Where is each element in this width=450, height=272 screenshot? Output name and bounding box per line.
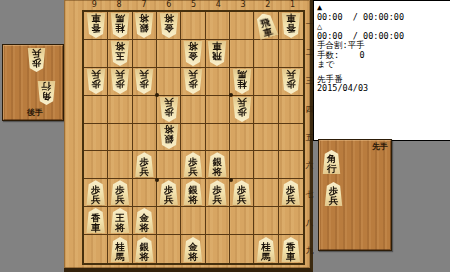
piece-kanji: 将 — [115, 223, 125, 233]
piece-kanji: 桂 — [237, 79, 247, 89]
piece-kanji: 車 — [213, 41, 223, 51]
shogi-piece-銀将-gote[interactable]: 銀将 — [134, 13, 154, 38]
board-cell-1八[interactable] — [279, 207, 303, 235]
piece-kanji: 角 — [42, 91, 52, 101]
file-label: 6 — [156, 0, 181, 10]
board-cell-3一[interactable] — [230, 12, 254, 40]
board-cell-9二[interactable] — [84, 40, 108, 68]
file-label: 3 — [231, 0, 256, 10]
file-label: 1 — [280, 0, 305, 10]
piece-kanji: 馬 — [115, 252, 125, 262]
shogi-piece-金将-sente[interactable]: 金将 — [134, 208, 154, 233]
piece-kanji: 兵 — [32, 48, 42, 58]
piece-kanji: 金 — [164, 23, 174, 33]
shogi-piece-銀将-gote[interactable]: 銀将 — [159, 124, 179, 149]
shogi-piece-角行-gote[interactable]: 角行 — [37, 81, 56, 105]
piece-kanji: 兵 — [329, 196, 339, 206]
board-cell-8二[interactable]: 玉将 — [108, 40, 132, 68]
board-cell-2一[interactable]: 飛車 — [254, 12, 278, 40]
piece-kanji: 兵 — [286, 69, 296, 79]
board-cell-8七[interactable]: 歩兵 — [108, 179, 132, 207]
shogi-piece-歩兵-sente[interactable]: 歩兵 — [110, 180, 130, 205]
board-cell-4三[interactable] — [206, 68, 230, 96]
piece-kanji: 歩 — [237, 107, 247, 117]
shogi-piece-金将-sente[interactable]: 金将 — [183, 237, 203, 262]
board-cell-3七[interactable]: 歩兵 — [230, 179, 254, 207]
board-cell-5九[interactable]: 金将 — [181, 235, 205, 263]
shogi-piece-桂馬-gote[interactable]: 桂馬 — [110, 13, 130, 38]
file-label: 8 — [107, 0, 132, 10]
shogi-piece-銀将-sente[interactable]: 銀将 — [207, 152, 227, 177]
board-cell-8九[interactable]: 桂馬 — [108, 235, 132, 263]
board-cell-1三[interactable]: 歩兵 — [279, 68, 303, 96]
gote-label: 後手 — [27, 107, 43, 118]
piece-kanji: 馬 — [237, 69, 247, 79]
shogi-piece-歩兵-gote[interactable]: 歩兵 — [134, 69, 154, 94]
shogi-piece-金将-gote[interactable]: 金将 — [183, 41, 203, 66]
board-cell-9一[interactable]: 香車 — [84, 12, 108, 40]
info-line-9: 2015/04/03 — [317, 84, 450, 94]
piece-kanji: 将 — [140, 223, 150, 233]
shogi-board: 987654321 一二三四五六七八九 香車桂馬銀将金将飛車香車玉将金将飛車歩兵… — [64, 0, 313, 272]
shogi-piece-香車-gote[interactable]: 香車 — [86, 13, 106, 38]
board-cell-4九[interactable] — [206, 235, 230, 263]
shogi-piece-歩兵-sente[interactable]: 歩兵 — [159, 180, 179, 205]
piece-kanji: 銀 — [140, 23, 150, 33]
piece-kanji: 兵 — [213, 195, 223, 205]
board-cell-9八[interactable]: 香車 — [84, 207, 108, 235]
board-cell-9九[interactable] — [84, 235, 108, 263]
board-cell-5一[interactable] — [181, 12, 205, 40]
piece-kanji: 兵 — [140, 69, 150, 79]
board-cell-3三[interactable]: 桂馬 — [230, 68, 254, 96]
info-line-1: 00:00 / 00:00:00 — [317, 13, 450, 23]
shogi-piece-桂馬-gote[interactable]: 桂馬 — [232, 69, 252, 94]
piece-kanji: 兵 — [91, 69, 101, 79]
shogi-piece-飛車-sente[interactable]: 飛車 — [253, 11, 279, 41]
board-cell-7九[interactable]: 銀将 — [133, 235, 157, 263]
file-coordinates: 987654321 — [82, 0, 305, 10]
piece-kanji: 将 — [115, 41, 125, 51]
board-cell-9三[interactable]: 歩兵 — [84, 68, 108, 96]
shogi-app-window: 後手 歩兵角行 987654321 一二三四五六七八九 香車桂馬銀将金将飛車香車… — [0, 0, 450, 272]
piece-kanji: 将 — [164, 124, 174, 134]
piece-kanji: 将 — [188, 252, 198, 262]
star-point — [155, 178, 159, 182]
shogi-piece-歩兵-gote[interactable]: 歩兵 — [281, 69, 301, 94]
board-cell-4六[interactable]: 銀将 — [206, 151, 230, 179]
board-cell-7一[interactable]: 銀将 — [133, 12, 157, 40]
board-cell-6三[interactable] — [157, 68, 181, 96]
piece-kanji: 歩 — [32, 58, 42, 68]
board-cell-2九[interactable]: 桂馬 — [254, 235, 278, 263]
board-cell-5八[interactable] — [181, 207, 205, 235]
piece-kanji: 飛 — [213, 51, 223, 61]
star-point — [155, 93, 159, 97]
piece-kanji: 将 — [188, 41, 198, 51]
board-cell-6四[interactable]: 歩兵 — [157, 96, 181, 124]
gote-komadai[interactable]: 後手 歩兵角行 — [2, 44, 64, 121]
shogi-piece-歩兵-sente[interactable]: 歩兵 — [232, 180, 252, 205]
piece-kanji: 歩 — [164, 107, 174, 117]
board-cell-7二[interactable] — [133, 40, 157, 68]
shogi-piece-桂馬-sente[interactable]: 桂馬 — [256, 237, 276, 262]
shogi-piece-香車-sente[interactable]: 香車 — [86, 208, 106, 233]
board-cell-1五[interactable] — [279, 124, 303, 152]
star-point — [229, 178, 233, 182]
piece-kanji: 行 — [327, 164, 337, 174]
board-cell-3八[interactable] — [230, 207, 254, 235]
shogi-piece-桂馬-sente[interactable]: 桂馬 — [110, 237, 130, 262]
board-cell-3五[interactable] — [230, 124, 254, 152]
board-cell-1七[interactable]: 歩兵 — [279, 179, 303, 207]
piece-kanji: 兵 — [188, 167, 198, 177]
rank-label: 六 — [305, 152, 314, 180]
board-cell-6二[interactable] — [157, 40, 181, 68]
board-cell-5二[interactable]: 金将 — [181, 40, 205, 68]
shogi-piece-王将-sente[interactable]: 王将 — [110, 208, 130, 233]
board-cell-9七[interactable]: 歩兵 — [84, 179, 108, 207]
file-label: 2 — [255, 0, 280, 10]
shogi-piece-銀将-sente[interactable]: 銀将 — [183, 180, 203, 205]
shogi-piece-歩兵-sente[interactable]: 歩兵 — [324, 182, 343, 206]
board-cell-7七[interactable] — [133, 179, 157, 207]
piece-kanji: 将 — [164, 13, 174, 23]
piece-kanji: 兵 — [91, 195, 101, 205]
shogi-piece-歩兵-gote[interactable]: 歩兵 — [27, 48, 46, 72]
board-cell-7四[interactable] — [133, 96, 157, 124]
piece-kanji: 歩 — [140, 79, 150, 89]
board-cell-7六[interactable]: 歩兵 — [133, 151, 157, 179]
board-cell-1六[interactable] — [279, 151, 303, 179]
piece-kanji: 行 — [42, 81, 52, 91]
board-cell-5四[interactable] — [181, 96, 205, 124]
board-cell-6五[interactable]: 銀将 — [157, 124, 181, 152]
board-cell-7八[interactable]: 金将 — [133, 207, 157, 235]
board-cell-6六[interactable] — [157, 151, 181, 179]
piece-kanji: 将 — [140, 13, 150, 23]
board-cell-6一[interactable]: 金将 — [157, 12, 181, 40]
board-cell-2八[interactable] — [254, 207, 278, 235]
board-cell-9四[interactable] — [84, 96, 108, 124]
piece-kanji: 馬 — [115, 13, 125, 23]
board-cell-5五[interactable] — [181, 124, 205, 152]
shogi-piece-歩兵-sente[interactable]: 歩兵 — [281, 180, 301, 205]
board-cell-9六[interactable] — [84, 151, 108, 179]
board-cell-3四[interactable]: 歩兵 — [230, 96, 254, 124]
piece-kanji: 車 — [91, 13, 101, 23]
board-cell-3六[interactable] — [230, 151, 254, 179]
board-cell-5三[interactable]: 歩兵 — [181, 68, 205, 96]
shogi-piece-銀将-sente[interactable]: 銀将 — [134, 237, 154, 262]
piece-kanji: 歩 — [286, 79, 296, 89]
board-cell-8五[interactable] — [108, 124, 132, 152]
info-line-6: まで — [317, 60, 450, 70]
piece-kanji: 歩 — [188, 79, 198, 89]
shogi-piece-香車-sente[interactable]: 香車 — [281, 237, 301, 262]
board-cell-9五[interactable] — [84, 124, 108, 152]
shogi-piece-角行-sente[interactable]: 角行 — [322, 150, 341, 174]
game-info-panel: ▲00:00 / 00:00:00△00:00 / 00:00:00手合割:平手… — [313, 0, 450, 141]
piece-kanji: 香 — [286, 23, 296, 33]
board-cell-5六[interactable]: 歩兵 — [181, 151, 205, 179]
file-label: 4 — [206, 0, 231, 10]
file-label: 5 — [181, 0, 206, 10]
piece-kanji: 兵 — [115, 195, 125, 205]
board-cell-4八[interactable] — [206, 207, 230, 235]
star-point — [229, 93, 233, 97]
shogi-piece-歩兵-gote[interactable]: 歩兵 — [159, 97, 179, 122]
shogi-piece-歩兵-sente[interactable]: 歩兵 — [134, 152, 154, 177]
board-cell-1四[interactable] — [279, 96, 303, 124]
piece-kanji: 金 — [188, 51, 198, 61]
shogi-piece-歩兵-gote[interactable]: 歩兵 — [183, 69, 203, 94]
board-cell-2三[interactable] — [254, 68, 278, 96]
board-cell-2四[interactable] — [254, 96, 278, 124]
shogi-piece-歩兵-gote[interactable]: 歩兵 — [86, 69, 106, 94]
piece-kanji: 歩 — [91, 79, 101, 89]
board-cell-4一[interactable] — [206, 12, 230, 40]
piece-kanji: 兵 — [188, 69, 198, 79]
shogi-piece-歩兵-sente[interactable]: 歩兵 — [86, 180, 106, 205]
piece-kanji: 将 — [188, 195, 198, 205]
board-cell-4四[interactable] — [206, 96, 230, 124]
piece-kanji: 兵 — [237, 97, 247, 107]
board-cell-8三[interactable]: 歩兵 — [108, 68, 132, 96]
board-cell-2六[interactable] — [254, 151, 278, 179]
board-cell-8六[interactable] — [108, 151, 132, 179]
piece-kanji: 銀 — [164, 134, 174, 144]
sente-label: 先手 — [372, 141, 388, 152]
piece-kanji: 将 — [140, 252, 150, 262]
piece-kanji: 車 — [262, 26, 274, 38]
shogi-piece-歩兵-sente[interactable]: 歩兵 — [207, 180, 227, 205]
file-label: 7 — [132, 0, 157, 10]
piece-kanji: 兵 — [140, 167, 150, 177]
piece-kanji: 兵 — [164, 195, 174, 205]
piece-kanji: 将 — [213, 167, 223, 177]
shogi-piece-香車-gote[interactable]: 香車 — [281, 13, 301, 38]
board-cell-3九[interactable] — [230, 235, 254, 263]
piece-kanji: 玉 — [115, 51, 125, 61]
shogi-piece-歩兵-sente[interactable]: 歩兵 — [183, 152, 203, 177]
shogi-piece-玉将-gote[interactable]: 玉将 — [110, 41, 130, 66]
board-cell-2二[interactable] — [254, 40, 278, 68]
board-cell-6九[interactable] — [157, 235, 181, 263]
board-cell-8八[interactable]: 王将 — [108, 207, 132, 235]
piece-kanji: 馬 — [261, 252, 271, 262]
shogi-piece-金将-gote[interactable]: 金将 — [159, 13, 179, 38]
piece-kanji: 車 — [91, 223, 101, 233]
board-grid[interactable]: 香車桂馬銀将金将飛車香車玉将金将飛車歩兵歩兵歩兵歩兵桂馬歩兵歩兵歩兵銀将歩兵歩兵… — [82, 10, 305, 265]
piece-kanji: 桂 — [115, 23, 125, 33]
file-label: 9 — [82, 0, 107, 10]
info-line-5: 手数: 0 — [317, 51, 450, 61]
piece-kanji: 兵 — [286, 195, 296, 205]
board-cell-1二[interactable] — [279, 40, 303, 68]
sente-komadai[interactable]: 先手 角行歩兵 — [318, 139, 392, 251]
board-cell-5七[interactable]: 銀将 — [181, 179, 205, 207]
board-cell-4二[interactable]: 飛車 — [206, 40, 230, 68]
rank-label: 八 — [305, 208, 314, 236]
board-cell-2五[interactable] — [254, 124, 278, 152]
board-cell-8一[interactable]: 桂馬 — [108, 12, 132, 40]
board-cell-2七[interactable] — [254, 179, 278, 207]
board-cell-7五[interactable] — [133, 124, 157, 152]
board-cell-3二[interactable] — [230, 40, 254, 68]
piece-kanji: 歩 — [115, 79, 125, 89]
shogi-piece-歩兵-gote[interactable]: 歩兵 — [110, 69, 130, 94]
rank-label: 九 — [305, 237, 314, 265]
board-cell-4七[interactable]: 歩兵 — [206, 179, 230, 207]
shogi-piece-飛車-gote[interactable]: 飛車 — [207, 41, 227, 66]
board-cell-1一[interactable]: 香車 — [279, 12, 303, 40]
board-cell-6八[interactable] — [157, 207, 181, 235]
piece-kanji: 香 — [91, 23, 101, 33]
piece-kanji: 兵 — [164, 97, 174, 107]
board-cell-4五[interactable] — [206, 124, 230, 152]
board-cell-1九[interactable]: 香車 — [279, 235, 303, 263]
board-cell-8四[interactable] — [108, 96, 132, 124]
piece-kanji: 兵 — [237, 195, 247, 205]
rank-label: 七 — [305, 180, 314, 208]
piece-kanji: 車 — [286, 13, 296, 23]
piece-kanji: 車 — [286, 252, 296, 262]
board-cell-6七[interactable]: 歩兵 — [157, 179, 181, 207]
shogi-piece-歩兵-gote[interactable]: 歩兵 — [232, 97, 252, 122]
piece-kanji: 兵 — [115, 69, 125, 79]
board-cell-7三[interactable]: 歩兵 — [133, 68, 157, 96]
